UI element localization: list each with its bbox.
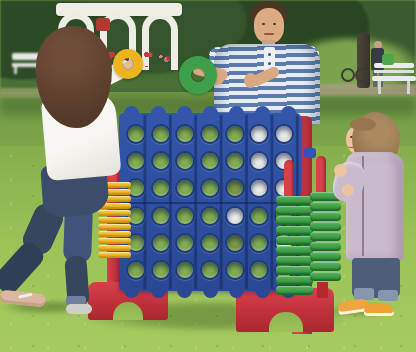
- board-cell-empty: [175, 124, 195, 144]
- board-cell-empty: [225, 233, 245, 253]
- green-ring: [276, 276, 313, 285]
- board-cell-empty: [249, 151, 269, 171]
- board-cell-empty: [200, 178, 220, 198]
- flip-flop: [0, 290, 47, 308]
- girl-hand: [334, 164, 347, 177]
- board-cell-empty: [151, 124, 171, 144]
- scallop-bump: [229, 283, 244, 298]
- scallop-bump: [177, 106, 192, 121]
- green-ring: [276, 286, 313, 295]
- scallop-bump: [229, 106, 244, 121]
- park-bench-right: [374, 63, 414, 68]
- board-cell-empty: [225, 178, 245, 198]
- board-cell-empty: [225, 260, 245, 280]
- board-cell-empty: [249, 178, 269, 198]
- scallop-bump: [255, 283, 270, 298]
- green-bag: [382, 54, 394, 65]
- scallop-bump: [281, 106, 296, 121]
- green-ring: [276, 246, 313, 255]
- board-cell-empty: [151, 151, 171, 171]
- girl-spectator: [318, 108, 416, 320]
- board-cell-empty: [175, 151, 195, 171]
- board-cell-empty: [175, 260, 195, 280]
- board-cell-empty: [151, 260, 171, 280]
- board-cell-empty: [175, 178, 195, 198]
- girl-orange-shoe: [364, 304, 394, 316]
- board-cell-empty: [200, 206, 220, 226]
- green-ring: [276, 206, 313, 215]
- board-cell-empty: [274, 124, 294, 144]
- board-cell-empty: [249, 233, 269, 253]
- bicycle: [355, 68, 369, 82]
- man-hand: [244, 73, 257, 88]
- scallop-bump: [255, 106, 270, 121]
- yellow-ring-held: [113, 49, 143, 79]
- man-face: [254, 8, 284, 43]
- board-cell-empty: [151, 178, 171, 198]
- board-cell-empty: [200, 124, 220, 144]
- scallop-bump: [177, 283, 192, 298]
- scallop-bump: [203, 283, 218, 298]
- tray-back-green: [276, 196, 313, 296]
- scallop-bump: [151, 283, 166, 298]
- board-cell-empty: [151, 206, 171, 226]
- green-ring-held: [179, 56, 217, 94]
- board-cell-empty: [200, 151, 220, 171]
- board-cell-empty: [175, 206, 195, 226]
- green-ring: [276, 226, 313, 235]
- board-cell-empty: [225, 124, 245, 144]
- board-cell-empty: [249, 124, 269, 144]
- slider-clip: [304, 148, 316, 158]
- board-cell-empty: [200, 233, 220, 253]
- board-cell-empty: [151, 233, 171, 253]
- green-ring: [276, 196, 313, 205]
- green-ring: [276, 236, 313, 245]
- board-cell-empty: [175, 233, 195, 253]
- scallop-bump: [203, 106, 218, 121]
- board-cell-empty: [225, 151, 245, 171]
- board-cell-empty: [200, 260, 220, 280]
- girl-hand: [342, 184, 354, 196]
- green-ring: [276, 256, 313, 265]
- green-ring: [276, 266, 313, 275]
- bicycle: [341, 68, 355, 82]
- board-cell-empty: [249, 206, 269, 226]
- park-scene: [0, 0, 416, 352]
- scallop-bump: [151, 106, 166, 121]
- board-cell-empty: [225, 206, 245, 226]
- green-ring: [276, 216, 313, 225]
- board-cell-empty: [249, 260, 269, 280]
